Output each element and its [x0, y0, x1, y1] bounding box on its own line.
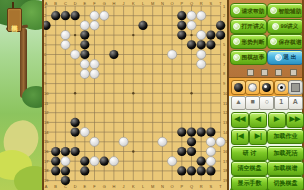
white-stone — [119, 137, 128, 146]
mini-tab[interactable] — [290, 69, 297, 76]
tree-trunk — [20, 28, 27, 98]
black-stone — [187, 40, 196, 49]
black-stone — [109, 50, 118, 59]
alternate-black-first-tool[interactable] — [259, 80, 274, 95]
tree-foliage — [0, 30, 20, 56]
coord-label-right: 6 — [223, 52, 226, 57]
black-stone — [71, 128, 80, 137]
white-stone — [197, 11, 206, 20]
hanging-sign: 围棋 — [7, 8, 22, 32]
coord-label-top: Q — [190, 1, 193, 6]
feature-button-label: 打开讲义 — [241, 23, 264, 29]
coord-label-left: 13 — [44, 120, 49, 125]
coord-label-bottom: M — [151, 184, 154, 189]
black-stone — [71, 118, 80, 127]
alternate-dot-icon — [264, 85, 267, 88]
nav-button-1[interactable]: ◀◀ — [231, 112, 249, 128]
black-stone — [177, 166, 186, 175]
white-stone-icon — [248, 83, 257, 92]
feature-button-label: 保存棋谱 — [278, 39, 301, 45]
feature-button-label: 请求帮助 — [241, 8, 264, 14]
white-stone — [206, 157, 215, 166]
coord-label-right: 1 — [223, 4, 226, 9]
cartoon-sidebar: 围棋 — [0, 0, 42, 190]
coord-label-left: 12 — [44, 110, 49, 115]
white-stone — [90, 21, 99, 30]
black-stone — [80, 40, 89, 49]
coord-label-right: 13 — [223, 120, 227, 125]
star-point — [132, 92, 134, 94]
button-icon — [270, 7, 277, 14]
coord-label-left: 19 — [44, 178, 49, 183]
coord-label-top: S — [210, 1, 213, 6]
button-icon — [272, 23, 279, 30]
go-board[interactable]: AA11BB22CC33DD44EE55FF66GG77HH88JJ99KK10… — [42, 0, 229, 190]
feature-button-label: 99讲义 — [281, 23, 299, 29]
white-stone — [187, 21, 196, 30]
feature-button-7[interactable]: 围棋故事 — [230, 50, 267, 65]
action-button-2[interactable]: 研 讨 — [231, 146, 268, 161]
coord-label-bottom: Q — [190, 184, 193, 189]
coord-label-left: 10 — [44, 91, 49, 96]
coord-label-bottom: P — [180, 184, 183, 189]
black-stone — [71, 147, 80, 156]
coord-label-top: J — [123, 1, 125, 6]
black-stone — [51, 166, 60, 175]
mini-tab[interactable] — [275, 69, 282, 76]
go-app-window: 围棋 AA11BB22CC33DD44EE55FF66GG77HH88JJ99K… — [0, 0, 304, 190]
black-stone — [216, 21, 225, 30]
coord-label-top: G — [103, 1, 106, 6]
coord-label-left: 16 — [44, 149, 49, 154]
coord-label-right: 7 — [223, 62, 226, 67]
white-stone — [187, 11, 196, 20]
coord-label-top: P — [180, 1, 183, 6]
action-button-4[interactable]: 清空棋盘 — [231, 161, 268, 176]
marker-tool-■[interactable]: ■ — [245, 96, 260, 110]
black-alt-stone-icon — [262, 83, 271, 92]
black-stone — [61, 147, 70, 156]
coord-label-top: R — [200, 1, 203, 6]
coord-label-right: 11 — [223, 101, 227, 106]
coord-label-left: 15 — [44, 139, 49, 144]
black-stone — [197, 166, 206, 175]
black-stone — [61, 176, 70, 185]
coord-label-bottom: F — [93, 184, 96, 189]
coord-label-bottom: E — [83, 184, 86, 189]
white-stone — [80, 128, 89, 137]
white-stone — [61, 30, 70, 39]
black-stone — [197, 157, 206, 166]
black-stone — [177, 147, 186, 156]
coord-label-bottom: K — [132, 184, 135, 189]
white-stone — [80, 69, 89, 78]
coord-label-left: 17 — [44, 159, 49, 164]
button-icon — [270, 38, 277, 45]
feature-button-3[interactable]: 打开讲义 — [230, 19, 267, 34]
black-stone — [80, 50, 89, 59]
marker-tool-A[interactable]: A — [288, 96, 303, 110]
feature-button-5[interactable]: 形势判断 — [230, 34, 267, 49]
black-stone — [100, 157, 109, 166]
black-stone — [71, 11, 80, 20]
feature-button-label: 围棋故事 — [241, 54, 264, 60]
white-stone — [90, 157, 99, 166]
black-stone — [206, 128, 215, 137]
nav-button-4[interactable]: ▶▶ — [286, 112, 304, 128]
erase-stone-tool[interactable] — [288, 80, 303, 95]
white-stone — [168, 157, 177, 166]
black-stone — [80, 157, 89, 166]
coord-label-right: 18 — [223, 168, 227, 173]
button-icon — [233, 23, 240, 30]
alternate-dot-icon — [280, 86, 283, 89]
action-button-7[interactable]: 切换棋盘 — [267, 176, 304, 190]
black-stone — [177, 11, 186, 20]
black-stone — [61, 166, 70, 175]
black-stone — [61, 11, 70, 20]
white-stone — [206, 137, 215, 146]
coord-label-bottom: J — [123, 184, 125, 189]
black-stone — [187, 166, 196, 175]
coord-label-left: 18 — [44, 168, 49, 173]
marker-tool-○[interactable]: ○ — [259, 96, 274, 110]
coord-label-top: C — [64, 1, 67, 6]
coord-label-bottom: N — [161, 184, 164, 189]
black-stone — [51, 11, 60, 20]
coord-label-top: K — [132, 1, 135, 6]
black-stone — [206, 30, 215, 39]
coord-label-right: 17 — [223, 159, 227, 164]
white-stone — [80, 21, 89, 30]
black-stone — [187, 147, 196, 156]
button-icon — [233, 54, 240, 61]
coord-label-top: E — [83, 1, 86, 6]
action-button-5[interactable]: 加载棋谱 — [267, 161, 304, 176]
black-stone — [187, 137, 196, 146]
eraser-icon — [291, 83, 300, 92]
black-stone — [177, 30, 186, 39]
star-point — [190, 92, 192, 94]
star-point — [74, 34, 76, 36]
board-svg: AA11BB22CC33DD44EE55FF66GG77HH88JJ99KK10… — [44, 0, 227, 190]
coord-label-bottom: D — [74, 184, 77, 189]
marker-tool-1[interactable]: 1 — [274, 96, 289, 110]
star-point — [190, 34, 192, 36]
alternate-white-first-tool[interactable] — [274, 80, 289, 95]
coord-label-right: 14 — [223, 130, 227, 135]
white-stone — [90, 11, 99, 20]
feature-button-2[interactable]: 智能辅助 — [267, 3, 304, 18]
star-point — [132, 150, 134, 152]
nav-button-3[interactable]: ▶ — [268, 112, 286, 128]
button-icon — [233, 7, 240, 14]
coord-label-right: 9 — [223, 81, 226, 86]
coord-label-top: T — [219, 1, 222, 6]
place-black-stone-tool[interactable] — [231, 80, 246, 95]
coord-label-bottom: L — [142, 184, 145, 189]
feature-button-label: 形势判断 — [241, 39, 264, 45]
white-stone — [168, 50, 177, 59]
coord-label-bottom: S — [210, 184, 213, 189]
white-stone — [71, 50, 80, 59]
bush — [22, 86, 42, 108]
feature-button-label: 退 出 — [283, 54, 296, 60]
coord-label-right: 10 — [223, 91, 227, 96]
coord-label-right: 2 — [223, 13, 226, 18]
coord-label-right: 8 — [223, 71, 226, 76]
control-panel: 请求帮助智能辅助打开讲义99讲义形势判断保存棋谱围棋故事退 出 ▲■○1A◀◀◀… — [229, 0, 304, 190]
black-stone-icon — [234, 83, 243, 92]
feature-button-4[interactable]: 99讲义 — [267, 19, 304, 34]
coord-label-left: 14 — [44, 130, 49, 135]
white-alt-stone-icon — [277, 83, 286, 92]
feature-button-label: 智能辅助 — [278, 8, 301, 14]
white-stone — [90, 69, 99, 78]
button-icon — [233, 38, 240, 45]
white-stone — [197, 30, 206, 39]
coord-label-bottom: O — [171, 184, 174, 189]
white-stone — [90, 60, 99, 69]
black-stone — [51, 157, 60, 166]
coord-label-right: 19 — [223, 178, 227, 183]
coord-label-bottom: T — [219, 184, 222, 189]
black-stone — [44, 21, 51, 30]
black-stone — [138, 21, 147, 30]
white-stone — [90, 137, 99, 146]
coord-label-right: 16 — [223, 149, 227, 154]
jump-button-2[interactable]: ▶| — [249, 129, 267, 145]
coord-label-right: 12 — [223, 110, 227, 115]
white-stone — [61, 157, 70, 166]
coord-label-top: B — [54, 1, 57, 6]
coord-label-bottom: H — [112, 184, 115, 189]
star-point — [74, 92, 76, 94]
black-stone — [197, 128, 206, 137]
white-stone — [206, 147, 215, 156]
coord-label-top: F — [93, 1, 96, 6]
feature-button-6[interactable]: 保存棋谱 — [267, 34, 304, 49]
star-point — [132, 34, 134, 36]
black-stone — [206, 166, 215, 175]
coord-label-top: L — [142, 1, 145, 6]
coord-label-right: 5 — [223, 42, 226, 47]
black-stone — [177, 21, 186, 30]
black-stone — [177, 128, 186, 137]
black-stone — [80, 166, 89, 175]
white-stone — [197, 50, 206, 59]
black-stone — [216, 30, 225, 39]
coord-label-top: M — [151, 1, 154, 6]
black-stone — [197, 40, 206, 49]
coord-label-bottom: G — [103, 184, 106, 189]
mini-tab[interactable] — [247, 69, 254, 76]
coord-label-bottom: R — [200, 184, 203, 189]
feature-button-1[interactable]: 请求帮助 — [230, 3, 267, 18]
button-icon — [275, 54, 282, 61]
nav-button-2[interactable]: ◀ — [249, 112, 267, 128]
jump-button-1[interactable]: |◀ — [231, 129, 249, 145]
action-button-6[interactable]: 显示手数 — [231, 176, 268, 190]
coord-label-bottom: B — [54, 184, 57, 189]
black-stone — [187, 128, 196, 137]
action-button-3[interactable]: 加载死活 — [267, 146, 304, 161]
coord-label-top: D — [74, 1, 77, 6]
white-stone — [100, 11, 109, 20]
action-button-1[interactable]: 加载作业 — [267, 129, 304, 144]
coord-label-top: O — [171, 1, 174, 6]
black-stone — [51, 147, 60, 156]
white-stone — [197, 60, 206, 69]
coord-label-top: N — [161, 1, 164, 6]
white-stone — [158, 137, 167, 146]
white-stone — [80, 60, 89, 69]
black-stone — [206, 40, 215, 49]
coord-label-top: H — [112, 1, 115, 6]
black-stone — [80, 30, 89, 39]
marker-tool-▲[interactable]: ▲ — [231, 96, 246, 110]
white-stone — [61, 40, 70, 49]
mini-tab[interactable] — [261, 69, 268, 76]
white-stone — [109, 157, 118, 166]
white-stone — [216, 137, 225, 146]
feature-button-8[interactable]: 退 出 — [267, 50, 304, 65]
place-white-stone-tool[interactable] — [245, 80, 260, 95]
coord-label-bottom: A — [45, 184, 48, 189]
